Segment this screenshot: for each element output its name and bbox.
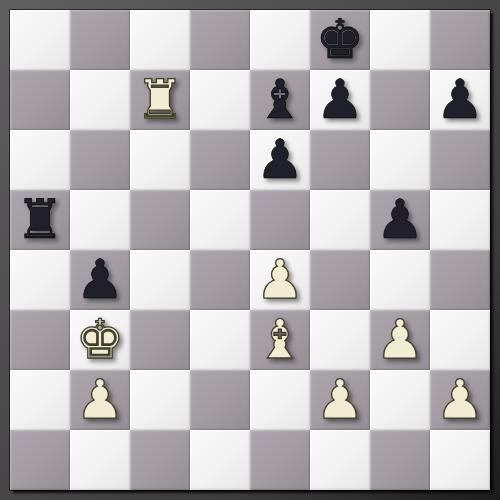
square-g7[interactable] xyxy=(370,70,430,130)
square-d2[interactable] xyxy=(190,370,250,430)
square-c4[interactable] xyxy=(130,250,190,310)
square-g4[interactable] xyxy=(370,250,430,310)
piece-black-pawn-b4[interactable]: ♟ xyxy=(70,250,130,310)
square-e8[interactable] xyxy=(250,10,310,70)
square-e1[interactable] xyxy=(250,430,310,490)
square-b4[interactable]: ♟ xyxy=(70,250,130,310)
square-a5[interactable]: ♜ xyxy=(10,190,70,250)
square-e5[interactable] xyxy=(250,190,310,250)
square-f5[interactable] xyxy=(310,190,370,250)
square-f2[interactable]: ♟ xyxy=(310,370,370,430)
piece-black-pawn-g5[interactable]: ♟ xyxy=(370,190,430,250)
square-e3[interactable]: ♝ xyxy=(250,310,310,370)
square-f3[interactable] xyxy=(310,310,370,370)
square-f6[interactable] xyxy=(310,130,370,190)
square-h6[interactable] xyxy=(430,130,490,190)
square-b2[interactable]: ♟ xyxy=(70,370,130,430)
square-h1[interactable] xyxy=(430,430,490,490)
square-d5[interactable] xyxy=(190,190,250,250)
square-c2[interactable] xyxy=(130,370,190,430)
piece-white-pawn-h2[interactable]: ♟ xyxy=(430,370,490,430)
square-c3[interactable] xyxy=(130,310,190,370)
square-b6[interactable] xyxy=(70,130,130,190)
square-f4[interactable] xyxy=(310,250,370,310)
board-frame: ♚♜♝♟♟♟♜♟♟♟♚♝♟♟♟♟ xyxy=(0,0,500,500)
square-a8[interactable] xyxy=(10,10,70,70)
square-c8[interactable] xyxy=(130,10,190,70)
square-g5[interactable]: ♟ xyxy=(370,190,430,250)
chess-board: ♚♜♝♟♟♟♜♟♟♟♚♝♟♟♟♟ xyxy=(10,10,490,490)
square-d8[interactable] xyxy=(190,10,250,70)
square-e4[interactable]: ♟ xyxy=(250,250,310,310)
square-g2[interactable] xyxy=(370,370,430,430)
piece-white-pawn-b2[interactable]: ♟ xyxy=(70,370,130,430)
square-e2[interactable] xyxy=(250,370,310,430)
square-h3[interactable] xyxy=(430,310,490,370)
square-c1[interactable] xyxy=(130,430,190,490)
square-b5[interactable] xyxy=(70,190,130,250)
piece-white-king-b3[interactable]: ♚ xyxy=(70,310,130,370)
square-a7[interactable] xyxy=(10,70,70,130)
piece-black-pawn-e6[interactable]: ♟ xyxy=(250,130,310,190)
square-a3[interactable] xyxy=(10,310,70,370)
square-f8[interactable]: ♚ xyxy=(310,10,370,70)
square-d4[interactable] xyxy=(190,250,250,310)
square-a4[interactable] xyxy=(10,250,70,310)
square-b1[interactable] xyxy=(70,430,130,490)
square-g8[interactable] xyxy=(370,10,430,70)
square-f1[interactable] xyxy=(310,430,370,490)
square-c6[interactable] xyxy=(130,130,190,190)
square-c7[interactable]: ♜ xyxy=(130,70,190,130)
square-g6[interactable] xyxy=(370,130,430,190)
square-b8[interactable] xyxy=(70,10,130,70)
piece-black-king-f8[interactable]: ♚ xyxy=(310,10,370,70)
square-h4[interactable] xyxy=(430,250,490,310)
square-h2[interactable]: ♟ xyxy=(430,370,490,430)
square-d3[interactable] xyxy=(190,310,250,370)
piece-black-pawn-f7[interactable]: ♟ xyxy=(310,70,370,130)
square-b3[interactable]: ♚ xyxy=(70,310,130,370)
square-h5[interactable] xyxy=(430,190,490,250)
piece-white-rook-c7[interactable]: ♜ xyxy=(130,70,190,130)
square-e7[interactable]: ♝ xyxy=(250,70,310,130)
square-d7[interactable] xyxy=(190,70,250,130)
square-g1[interactable] xyxy=(370,430,430,490)
piece-black-pawn-h7[interactable]: ♟ xyxy=(430,70,490,130)
square-e6[interactable]: ♟ xyxy=(250,130,310,190)
piece-white-pawn-f2[interactable]: ♟ xyxy=(310,370,370,430)
square-c5[interactable] xyxy=(130,190,190,250)
square-h8[interactable] xyxy=(430,10,490,70)
square-g3[interactable]: ♟ xyxy=(370,310,430,370)
square-a1[interactable] xyxy=(10,430,70,490)
piece-white-pawn-e4[interactable]: ♟ xyxy=(250,250,310,310)
piece-black-rook-a5[interactable]: ♜ xyxy=(10,190,70,250)
square-f7[interactable]: ♟ xyxy=(310,70,370,130)
piece-white-bishop-e3[interactable]: ♝ xyxy=(250,310,310,370)
square-a6[interactable] xyxy=(10,130,70,190)
square-d6[interactable] xyxy=(190,130,250,190)
square-d1[interactable] xyxy=(190,430,250,490)
piece-black-bishop-e7[interactable]: ♝ xyxy=(250,70,310,130)
square-a2[interactable] xyxy=(10,370,70,430)
square-h7[interactable]: ♟ xyxy=(430,70,490,130)
square-b7[interactable] xyxy=(70,70,130,130)
piece-white-pawn-g3[interactable]: ♟ xyxy=(370,310,430,370)
